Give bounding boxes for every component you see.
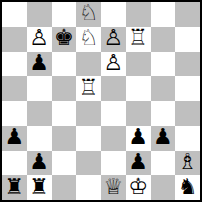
square-h1[interactable]: ♞ (175, 175, 200, 200)
square-d1[interactable] (76, 175, 101, 200)
black-pawn-piece: ♟ (29, 151, 49, 173)
square-f3[interactable]: ♟ (126, 126, 151, 151)
square-h5[interactable] (175, 76, 200, 101)
square-e4[interactable] (101, 101, 126, 126)
square-f2[interactable]: ♟ (126, 151, 151, 176)
square-d8[interactable]: ♘ (76, 2, 101, 27)
square-b2[interactable]: ♟ (27, 151, 52, 176)
square-c8[interactable] (52, 2, 77, 27)
square-d2[interactable] (76, 151, 101, 176)
square-e8[interactable] (101, 2, 126, 27)
square-g2[interactable] (151, 151, 176, 176)
square-b8[interactable] (27, 2, 52, 27)
square-d5[interactable]: ♖ (76, 76, 101, 101)
square-b6[interactable]: ♟ (27, 52, 52, 77)
square-g8[interactable] (151, 2, 176, 27)
square-h2[interactable]: ♗ (175, 151, 200, 176)
square-a7[interactable] (2, 27, 27, 52)
square-g3[interactable]: ♟ (151, 126, 176, 151)
square-c6[interactable] (52, 52, 77, 77)
chess-board: ♘♙♚♘♙♖♟♙♖♟♟♟♟♟♗♜♜♕♔♞ (0, 0, 202, 202)
square-h6[interactable] (175, 52, 200, 77)
square-e5[interactable] (101, 76, 126, 101)
white-king-piece: ♔ (128, 176, 148, 198)
black-rook-piece: ♜ (5, 176, 25, 198)
white-knight-piece: ♘ (79, 2, 99, 24)
white-pawn-piece: ♙ (29, 27, 49, 49)
black-pawn-piece: ♟ (153, 126, 173, 148)
square-g6[interactable] (151, 52, 176, 77)
square-c4[interactable] (52, 101, 77, 126)
black-pawn-piece: ♟ (128, 126, 148, 148)
square-a5[interactable] (2, 76, 27, 101)
square-e6[interactable]: ♙ (101, 52, 126, 77)
square-e3[interactable] (101, 126, 126, 151)
square-h8[interactable] (175, 2, 200, 27)
white-pawn-piece: ♙ (104, 52, 124, 74)
square-a4[interactable] (2, 101, 27, 126)
square-c5[interactable] (52, 76, 77, 101)
black-pawn-piece: ♟ (5, 126, 25, 148)
square-b5[interactable] (27, 76, 52, 101)
square-b3[interactable] (27, 126, 52, 151)
square-c1[interactable] (52, 175, 77, 200)
square-a8[interactable] (2, 2, 27, 27)
square-a6[interactable] (2, 52, 27, 77)
square-d3[interactable] (76, 126, 101, 151)
square-h3[interactable] (175, 126, 200, 151)
white-bishop-piece: ♗ (178, 151, 198, 173)
black-pawn-piece: ♟ (29, 52, 49, 74)
square-a3[interactable]: ♟ (2, 126, 27, 151)
square-g4[interactable] (151, 101, 176, 126)
square-c3[interactable] (52, 126, 77, 151)
square-f5[interactable] (126, 76, 151, 101)
white-knight-piece: ♘ (79, 27, 99, 49)
white-pawn-piece: ♙ (104, 27, 124, 49)
black-king-piece: ♚ (54, 27, 74, 49)
white-queen-piece: ♕ (104, 176, 124, 198)
square-c7[interactable]: ♚ (52, 27, 77, 52)
chess-diagram: ♘♙♚♘♙♖♟♙♖♟♟♟♟♟♗♜♜♕♔♞ (0, 0, 202, 202)
square-f6[interactable] (126, 52, 151, 77)
square-g1[interactable] (151, 175, 176, 200)
square-h4[interactable] (175, 101, 200, 126)
square-d6[interactable] (76, 52, 101, 77)
white-rook-piece: ♖ (128, 27, 148, 49)
square-f4[interactable] (126, 101, 151, 126)
square-b7[interactable]: ♙ (27, 27, 52, 52)
white-rook-piece: ♖ (79, 77, 99, 99)
square-c2[interactable] (52, 151, 77, 176)
black-knight-piece: ♞ (178, 176, 198, 198)
square-g5[interactable] (151, 76, 176, 101)
square-f1[interactable]: ♔ (126, 175, 151, 200)
black-pawn-piece: ♟ (128, 151, 148, 173)
square-a2[interactable] (2, 151, 27, 176)
square-a1[interactable]: ♜ (2, 175, 27, 200)
square-d4[interactable] (76, 101, 101, 126)
square-h7[interactable] (175, 27, 200, 52)
square-g7[interactable] (151, 27, 176, 52)
square-b1[interactable]: ♜ (27, 175, 52, 200)
square-e7[interactable]: ♙ (101, 27, 126, 52)
square-d7[interactable]: ♘ (76, 27, 101, 52)
square-f8[interactable] (126, 2, 151, 27)
square-e1[interactable]: ♕ (101, 175, 126, 200)
black-rook-piece: ♜ (29, 176, 49, 198)
square-e2[interactable] (101, 151, 126, 176)
square-b4[interactable] (27, 101, 52, 126)
square-f7[interactable]: ♖ (126, 27, 151, 52)
